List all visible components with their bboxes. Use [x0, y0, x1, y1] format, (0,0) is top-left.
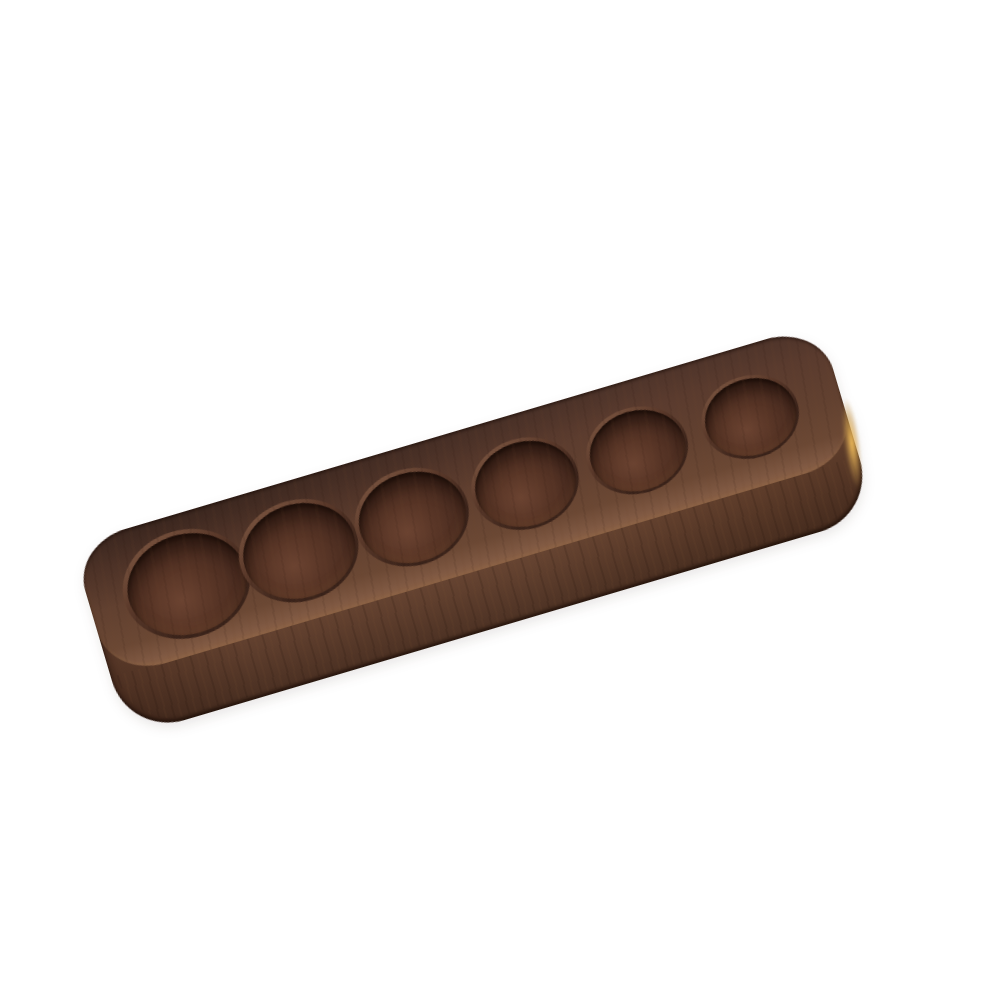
pit-4[interactable]: [460, 425, 590, 543]
pit-bowl: [580, 398, 695, 502]
pit-bowl: [347, 459, 476, 576]
pit-bowl: [464, 429, 586, 539]
pit-2[interactable]: [227, 485, 372, 617]
pit-6[interactable]: [691, 363, 809, 470]
pit-3[interactable]: [343, 454, 481, 580]
pit-1[interactable]: [109, 514, 263, 654]
mancala-board: [72, 323, 877, 736]
scene: [0, 0, 1001, 1001]
pit-bowl: [114, 519, 258, 649]
pit-bowl: [231, 489, 366, 611]
pit-bowl: [695, 367, 805, 467]
pit-5[interactable]: [576, 394, 699, 506]
